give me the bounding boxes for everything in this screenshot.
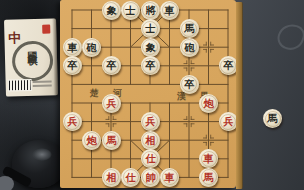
- piece-卒-black[interactable]: 卒: [219, 56, 238, 75]
- piece-glyph: 士: [125, 5, 135, 15]
- piece-glyph: 炮: [203, 98, 213, 108]
- piece-glyph: 砲: [184, 42, 194, 52]
- piece-馬-black[interactable]: 馬: [263, 109, 282, 128]
- piece-相-red[interactable]: 相: [102, 168, 121, 187]
- xiangqi-board: 楚河 漢界 象士將車士馬車砲象砲卒卒卒卒卒兵炮兵兵兵炮馬相仕車相仕帥車馬: [60, 0, 236, 188]
- box-seal-icon: [42, 24, 50, 33]
- piece-glyph: 帥: [145, 172, 155, 182]
- board-side-face: [236, 2, 243, 189]
- piece-卒-black[interactable]: 卒: [63, 56, 82, 75]
- piece-glyph: 車: [164, 172, 174, 182]
- piece-glyph: 馬: [203, 172, 213, 182]
- piece-glyph: 卒: [223, 61, 233, 71]
- piece-兵-red[interactable]: 兵: [63, 112, 82, 131]
- piece-glyph: 兵: [106, 98, 116, 108]
- table-scratch-mark: [275, 21, 304, 54]
- piece-兵-red[interactable]: 兵: [102, 94, 121, 113]
- piece-車-red[interactable]: 車: [160, 168, 179, 187]
- piece-卒-black[interactable]: 卒: [180, 75, 199, 94]
- piece-glyph: 仕: [145, 154, 155, 164]
- piece-炮-red[interactable]: 炮: [82, 131, 101, 150]
- piece-glyph: 相: [145, 135, 155, 145]
- piece-車-black[interactable]: 車: [63, 38, 82, 57]
- piece-象-black[interactable]: 象: [102, 1, 121, 20]
- piece-glyph: 車: [67, 42, 77, 52]
- piece-glyph: 兵: [223, 117, 233, 127]
- piece-glyph: 卒: [184, 79, 194, 89]
- piece-兵-red[interactable]: 兵: [141, 112, 160, 131]
- table-background: 中 國象棋 楚河 漢界 象士將車士馬車砲象砲卒卒卒卒卒兵炮兵兵兵炮馬相仕車相仕帥…: [0, 0, 304, 190]
- piece-馬-black[interactable]: 馬: [180, 19, 199, 38]
- piece-glyph: 將: [145, 5, 155, 15]
- piece-glyph: 馬: [184, 24, 194, 34]
- piece-glyph: 兵: [145, 117, 155, 127]
- piece-帥-red[interactable]: 帥: [141, 168, 160, 187]
- piece-士-black[interactable]: 士: [121, 1, 140, 20]
- piece-glyph: 卒: [145, 61, 155, 71]
- piece-glyph: 馬: [267, 113, 277, 123]
- piece-車-black[interactable]: 車: [160, 1, 179, 20]
- piece-glyph: 卒: [106, 61, 116, 71]
- piece-相-red[interactable]: 相: [141, 131, 160, 150]
- piece-馬-red[interactable]: 馬: [199, 168, 218, 187]
- piece-glyph: 象: [145, 42, 155, 52]
- piece-glyph: 相: [106, 172, 116, 182]
- piece-象-black[interactable]: 象: [141, 38, 160, 57]
- piece-glyph: 砲: [86, 42, 96, 52]
- piece-兵-red[interactable]: 兵: [219, 112, 238, 131]
- piece-將-black[interactable]: 將: [141, 1, 160, 20]
- piece-砲-black[interactable]: 砲: [82, 38, 101, 57]
- piece-仕-red[interactable]: 仕: [121, 168, 140, 187]
- piece-glyph: 車: [203, 154, 213, 164]
- box-fine-print: [33, 80, 52, 88]
- piece-glyph: 士: [145, 24, 155, 34]
- piece-glyph: 炮: [86, 135, 96, 145]
- piece-砲-black[interactable]: 砲: [180, 38, 199, 57]
- box-barcode: [8, 79, 32, 92]
- piece-馬-red[interactable]: 馬: [102, 131, 121, 150]
- piece-卒-black[interactable]: 卒: [102, 56, 121, 75]
- piece-glyph: 馬: [106, 135, 116, 145]
- piece-glyph: 象: [106, 5, 116, 15]
- piece-卒-black[interactable]: 卒: [141, 56, 160, 75]
- piece-glyph: 卒: [67, 61, 77, 71]
- game-box: 中 國象棋: [4, 18, 58, 96]
- piece-glyph: 兵: [67, 117, 77, 127]
- piece-glyph: 仕: [125, 172, 135, 182]
- knob-highlight: [32, 148, 52, 161]
- piece-士-black[interactable]: 士: [141, 19, 160, 38]
- corner-object: [0, 176, 14, 190]
- box-title-vertical: 國象棋: [25, 43, 39, 49]
- piece-glyph: 車: [164, 5, 174, 15]
- piece-仕-red[interactable]: 仕: [141, 149, 160, 168]
- piece-炮-red[interactable]: 炮: [199, 94, 218, 113]
